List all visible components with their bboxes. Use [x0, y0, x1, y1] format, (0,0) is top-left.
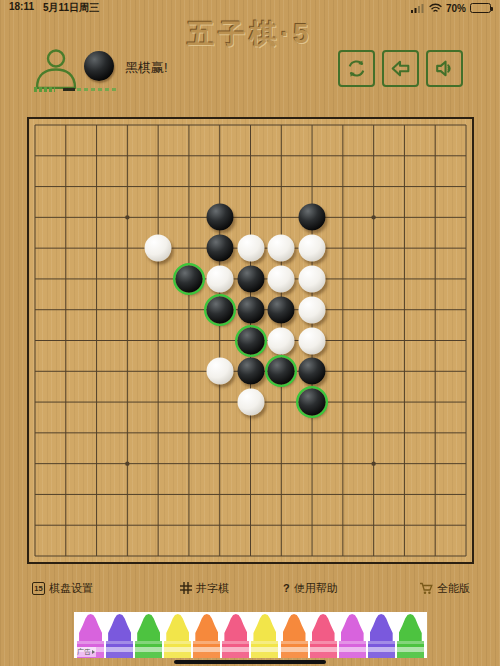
crayon-5 — [222, 614, 249, 658]
back-button[interactable] — [382, 50, 419, 87]
full-version-label: 全能版 — [437, 581, 470, 596]
tic-tac-toe-button[interactable]: 井字棋 — [180, 578, 229, 598]
black-stone-r3c6 — [206, 204, 233, 231]
crayon-8 — [310, 614, 337, 658]
player-name-marks — [34, 87, 55, 92]
status-bar: 18:11 5月11日周三 70% — [0, 0, 500, 16]
toolbar — [338, 50, 463, 87]
clock: 18:11 — [9, 1, 34, 15]
crayon-11 — [397, 614, 424, 658]
date: 5月11日周三 — [43, 1, 99, 15]
home-indicator[interactable] — [174, 660, 326, 664]
white-stone-r5c8 — [268, 265, 295, 292]
restart-button[interactable] — [338, 50, 375, 87]
winner-stone-black — [84, 51, 114, 81]
crayon-3 — [164, 614, 191, 658]
question-icon: ? — [283, 582, 290, 594]
white-stone-r4c9 — [299, 235, 326, 262]
black-stone-r8c7 — [237, 358, 264, 385]
ad-crayons — [74, 612, 427, 658]
black-stone-r8c9 — [299, 358, 326, 385]
black-stone-r9c9 — [299, 389, 326, 416]
white-stone-r8c6 — [206, 358, 233, 385]
cart-icon — [419, 582, 433, 595]
black-stone-r5c7 — [237, 265, 264, 292]
board-settings-label: 棋盘设置 — [49, 581, 93, 596]
black-stone-r6c7 — [237, 296, 264, 323]
white-stone-r6c9 — [299, 296, 326, 323]
tic-tac-toe-grid-icon — [180, 582, 192, 594]
player-avatar-icon — [33, 47, 79, 89]
back-arrow-icon — [388, 56, 413, 81]
cellular-signal-icon — [411, 3, 425, 13]
crayon-7 — [281, 614, 308, 658]
crayon-6 — [251, 614, 278, 658]
crayon-10 — [368, 614, 395, 658]
white-stone-r7c8 — [268, 327, 295, 354]
board[interactable] — [27, 117, 474, 564]
white-stone-r5c6 — [206, 265, 233, 292]
refresh-icon — [344, 56, 369, 81]
black-stone-r8c8 — [268, 358, 295, 385]
speaker-icon — [432, 56, 457, 81]
black-stone-r6c8 — [268, 296, 295, 323]
crayon-2 — [135, 614, 162, 658]
battery-percent: 70% — [446, 3, 466, 14]
app-screen: 18:11 5月11日周三 70% 五子棋·5 — [0, 0, 500, 666]
board-size-badge-icon: 15 — [32, 582, 45, 595]
white-stone-r4c7 — [237, 235, 264, 262]
black-stone-r7c7 — [237, 327, 264, 354]
result-text: 黑棋赢! — [125, 59, 215, 77]
tic-tac-toe-label: 井字棋 — [196, 581, 229, 596]
full-version-button[interactable]: 全能版 — [419, 578, 470, 598]
player-level-meter — [63, 88, 119, 91]
black-stone-r6c6 — [206, 296, 233, 323]
sound-button[interactable] — [426, 50, 463, 87]
black-stone-r4c6 — [206, 235, 233, 262]
wifi-icon — [429, 3, 442, 13]
bottom-bar: 15 棋盘设置 井字棋 ? 使用帮助 全能版 — [0, 578, 500, 598]
white-stone-r4c8 — [268, 235, 295, 262]
crayon-4 — [193, 614, 220, 658]
board-settings-button[interactable]: 15 棋盘设置 — [32, 578, 93, 598]
crayon-1 — [106, 614, 133, 658]
white-stone-r5c9 — [299, 265, 326, 292]
crayon-9 — [339, 614, 366, 658]
battery-icon — [470, 3, 491, 13]
help-label: 使用帮助 — [294, 581, 338, 596]
help-button[interactable]: ? 使用帮助 — [283, 578, 338, 598]
white-stone-r9c7 — [237, 389, 264, 416]
white-stone-r4c4 — [145, 235, 172, 262]
white-stone-r7c9 — [299, 327, 326, 354]
ad-label: 广告 — [76, 647, 96, 657]
black-stone-r3c9 — [299, 204, 326, 231]
black-stone-r5c5 — [175, 265, 202, 292]
ad-banner[interactable]: 广告 — [74, 612, 427, 658]
